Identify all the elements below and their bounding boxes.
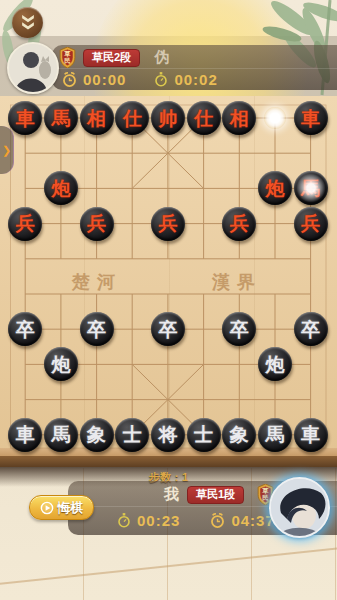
- piece-glyph: 相: [87, 109, 106, 128]
- piece-black-cannon[interactable]: 炮: [44, 347, 78, 381]
- piece-black-soldier[interactable]: 卒: [8, 312, 42, 346]
- piece-glyph: 馬: [51, 425, 70, 444]
- piece-red-soldier[interactable]: 兵: [222, 207, 256, 241]
- piece-glyph: 卒: [16, 320, 35, 339]
- opponent-name: 伪: [154, 48, 169, 67]
- piece-red-chariot[interactable]: 車: [294, 101, 328, 135]
- piece-red-advisor[interactable]: 仕: [115, 101, 149, 135]
- piece-glyph: 象: [87, 425, 106, 444]
- piece-black-horse[interactable]: 馬: [44, 418, 78, 452]
- undo-move-button[interactable]: 悔棋: [29, 495, 94, 520]
- piece-red-elephant[interactable]: 相: [80, 101, 114, 135]
- piece-red-soldier[interactable]: 兵: [294, 207, 328, 241]
- piece-glyph: 卒: [158, 320, 177, 339]
- alarm-clock-icon: [61, 71, 78, 88]
- collapse-menu-button[interactable]: [12, 7, 43, 38]
- piece-glyph: 馬: [266, 425, 285, 444]
- piece-red-soldier[interactable]: 兵: [151, 207, 185, 241]
- player-rank-badge: 草民1段: [187, 486, 244, 504]
- piece-glyph: 車: [16, 109, 35, 128]
- piece-black-advisor[interactable]: 士: [115, 418, 149, 452]
- piece-black-cannon[interactable]: 炮: [258, 347, 292, 381]
- piece-glyph: 兵: [230, 214, 249, 233]
- piece-black-general[interactable]: 将: [151, 418, 185, 452]
- piece-red-horse[interactable]: 馬: [44, 101, 78, 135]
- piece-black-soldier[interactable]: 卒: [294, 312, 328, 346]
- player-label: 我: [164, 485, 179, 504]
- opponent-identity-row: 草 民 草民2段 伪: [52, 47, 337, 68]
- piece-black-horse[interactable]: 馬: [258, 418, 292, 452]
- piece-black-soldier[interactable]: 卒: [222, 312, 256, 346]
- alarm-clock-icon: [209, 512, 226, 529]
- chevron-right-icon: ❯: [2, 144, 11, 157]
- piece-glyph: 帅: [158, 109, 177, 128]
- rank-shield-icon: 草 民: [58, 47, 77, 68]
- piece-glyph: 炮: [51, 355, 70, 374]
- svg-text:民: 民: [64, 57, 70, 64]
- piece-glyph: 将: [158, 425, 177, 444]
- piece-black-chariot[interactable]: 車: [294, 418, 328, 452]
- piece-red-cannon[interactable]: 炮: [44, 171, 78, 205]
- piece-black-advisor[interactable]: 士: [187, 418, 221, 452]
- piece-glyph: 車: [301, 425, 320, 444]
- stopwatch-icon: [116, 512, 132, 529]
- piece-red-horse[interactable]: 馬: [294, 171, 328, 205]
- xiangqi-app-screen: 楚河 漢界 車馬相仕帅仕相車炮炮馬兵兵兵兵兵卒卒卒卒卒炮炮車馬象士将士象馬車 ❯…: [0, 0, 337, 600]
- piece-glyph: 兵: [158, 214, 177, 233]
- opponent-info-bar: 草 民 草民2段 伪 00:00 00:02: [52, 45, 337, 90]
- piece-glyph: 卒: [301, 320, 320, 339]
- piece-red-advisor[interactable]: 仕: [187, 101, 221, 135]
- piece-glyph: 仕: [123, 109, 142, 128]
- svg-text:民: 民: [262, 494, 268, 501]
- piece-glyph: 兵: [16, 214, 35, 233]
- piece-black-elephant[interactable]: 象: [80, 418, 114, 452]
- undo-play-icon: [40, 501, 54, 515]
- piece-glyph: 士: [123, 425, 142, 444]
- piece-glyph: 象: [230, 425, 249, 444]
- piece-glyph: 車: [16, 425, 35, 444]
- player-move-time: 00:23: [137, 512, 180, 529]
- piece-glyph: 馬: [301, 179, 320, 198]
- player-total-time: 04:37: [231, 512, 274, 529]
- piece-black-soldier[interactable]: 卒: [80, 312, 114, 346]
- player-avatar[interactable]: [269, 477, 330, 538]
- stopwatch-icon: [153, 71, 169, 88]
- undo-button-label: 悔棋: [58, 499, 84, 517]
- double-chevron-down-icon: [17, 13, 39, 33]
- piece-glyph: 炮: [266, 355, 285, 374]
- piece-glyph: 士: [194, 425, 213, 444]
- opponent-timers-row: 00:00 00:02: [52, 69, 337, 90]
- last-move-from-marker: [264, 107, 286, 129]
- piece-red-chariot[interactable]: 車: [8, 101, 42, 135]
- piece-glyph: 卒: [230, 320, 249, 339]
- opponent-avatar-image: [9, 44, 57, 92]
- piece-glyph: 兵: [87, 214, 106, 233]
- side-drawer-handle[interactable]: ❯: [0, 126, 14, 174]
- piece-glyph: 兵: [301, 214, 320, 233]
- piece-glyph: 馬: [51, 109, 70, 128]
- opponent-avatar[interactable]: [7, 42, 59, 94]
- opponent-rank-badge: 草民2段: [83, 49, 140, 67]
- piece-black-soldier[interactable]: 卒: [151, 312, 185, 346]
- piece-glyph: 卒: [87, 320, 106, 339]
- piece-glyph: 仕: [194, 109, 213, 128]
- piece-glyph: 車: [301, 109, 320, 128]
- opponent-move-time: 00:02: [174, 71, 217, 88]
- piece-red-soldier[interactable]: 兵: [80, 207, 114, 241]
- piece-glyph: 炮: [51, 179, 70, 198]
- piece-red-soldier[interactable]: 兵: [8, 207, 42, 241]
- piece-black-chariot[interactable]: 車: [8, 418, 42, 452]
- piece-glyph: 炮: [266, 179, 285, 198]
- player-avatar-image: [271, 479, 328, 536]
- piece-red-general[interactable]: 帅: [151, 101, 185, 135]
- piece-red-elephant[interactable]: 相: [222, 101, 256, 135]
- piece-glyph: 相: [230, 109, 249, 128]
- piece-red-cannon[interactable]: 炮: [258, 171, 292, 205]
- piece-black-elephant[interactable]: 象: [222, 418, 256, 452]
- opponent-total-time: 00:00: [83, 71, 126, 88]
